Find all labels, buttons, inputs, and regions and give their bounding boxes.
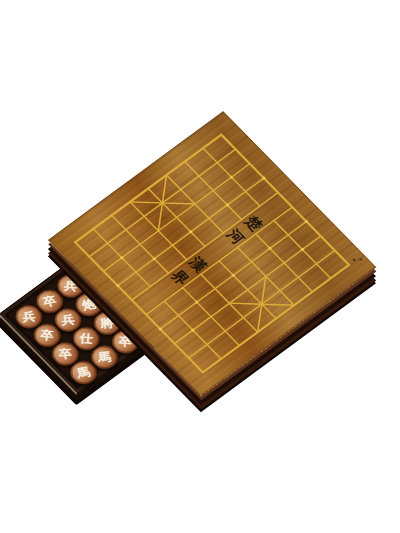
river-char: 界	[168, 268, 191, 288]
xiangqi-set-scene: 兵卒兵炮車卒兵炮車仕卒仕將卒象馬馬卒帥相	[48, 112, 374, 395]
river-char: 河	[224, 227, 247, 247]
product-photo-stage: 兵卒兵炮車卒兵炮車仕卒仕將卒象馬馬卒帥相	[0, 0, 400, 533]
piece-character: 兵	[64, 280, 78, 292]
piece-character: 卒	[58, 348, 72, 360]
piece-character: 卒	[42, 295, 58, 309]
piece-character: 卒	[118, 336, 132, 348]
river-char: 楚	[242, 214, 265, 234]
piece-character: 炮	[81, 298, 97, 312]
piece-character: 仕	[79, 332, 93, 344]
river-char: 漢	[186, 255, 209, 275]
piece-character: 將	[100, 317, 114, 329]
piece-character: 兵	[61, 314, 75, 326]
piece-character: 馬	[76, 366, 92, 380]
piece-character: 馬	[97, 351, 111, 363]
piece-character: 卒	[40, 329, 54, 341]
piece-character: 兵	[22, 311, 36, 323]
